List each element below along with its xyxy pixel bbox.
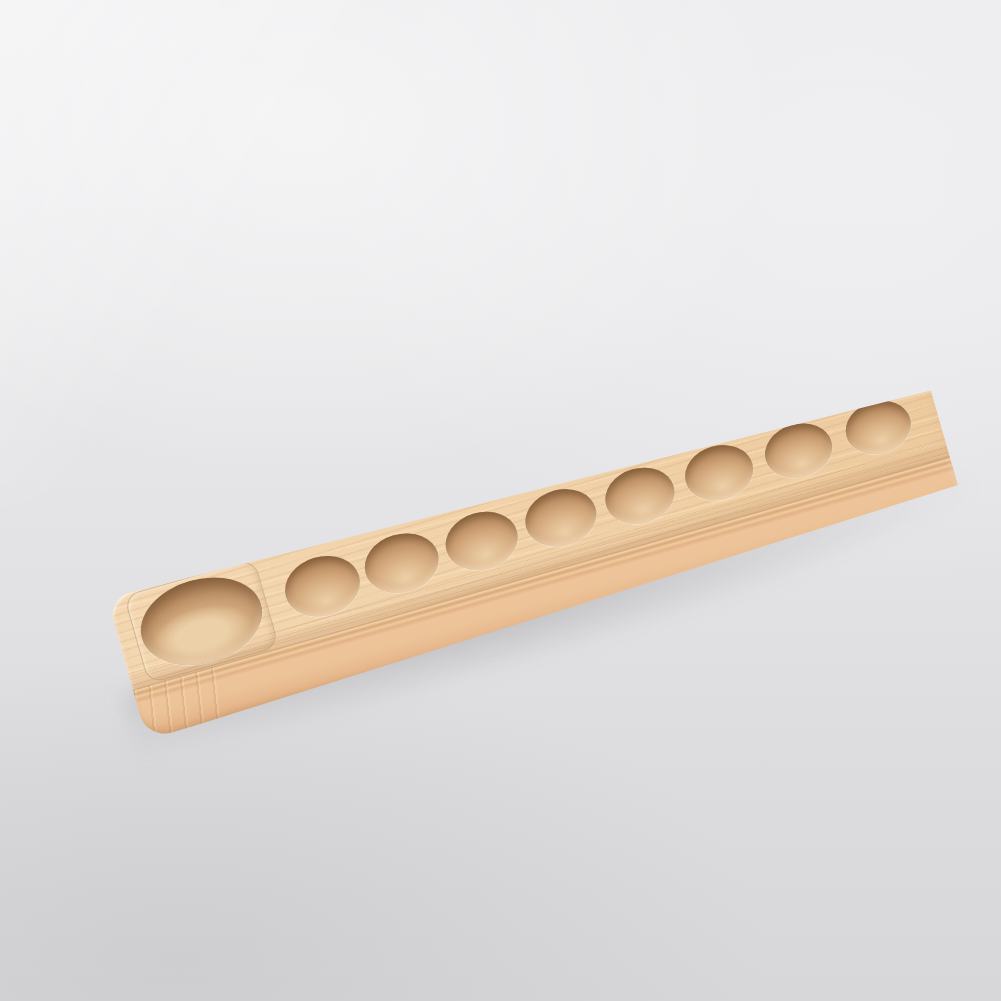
pit-hole-4	[518, 481, 602, 555]
pit-hole-3	[438, 503, 524, 578]
pit-hole-6	[679, 437, 760, 508]
pit-hole-8	[839, 393, 917, 461]
pit-hole-5	[599, 459, 682, 531]
pit-hole-7	[759, 415, 839, 484]
studio-background	[0, 0, 1001, 1001]
pit-hole-2	[358, 525, 446, 601]
backdrop-light-streak	[0, 0, 378, 537]
pit-hole-1	[278, 547, 367, 625]
